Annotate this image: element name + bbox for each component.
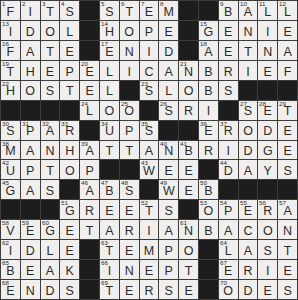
cell-r8c10[interactable]: 41B: [179, 141, 198, 160]
cell-letter: L: [100, 81, 119, 100]
cell-r10c9[interactable]: 49W: [159, 180, 178, 199]
cell-r13c13[interactable]: A: [239, 240, 258, 259]
cell-r8c5[interactable]: 39A: [80, 141, 99, 160]
cell-r11c8[interactable]: 52T: [140, 200, 159, 219]
cell-letter: N: [120, 260, 139, 279]
cell-r4c3[interactable]: E: [41, 61, 60, 80]
cell-r14c7[interactable]: N: [120, 260, 139, 279]
cell-r15c8[interactable]: R: [140, 280, 159, 299]
cell-letter: F: [1, 41, 20, 60]
cell-r1c2[interactable]: 2I: [21, 1, 40, 20]
cell-r2c8[interactable]: P: [140, 21, 159, 40]
cell-r12c5[interactable]: T: [80, 220, 99, 239]
cell-letter: I: [140, 41, 159, 60]
cell-r6c5[interactable]: 24L: [80, 101, 99, 120]
cell-letter: N: [278, 220, 297, 239]
cell-r15c2[interactable]: N: [21, 280, 40, 299]
cell-r1c6[interactable]: 5S: [100, 1, 119, 20]
cell-r12c14[interactable]: O: [258, 220, 277, 239]
cell-r2c11[interactable]: 15G: [199, 21, 218, 40]
cell-r12c7[interactable]: R: [120, 220, 139, 239]
cell-r1c14[interactable]: 11L: [258, 1, 277, 20]
cell-r4c9[interactable]: A: [159, 61, 178, 80]
cell-letter: A: [100, 220, 119, 239]
cell-r8c1[interactable]: 38M: [1, 141, 20, 160]
cell-r1c4[interactable]: 4S: [60, 1, 79, 20]
cell-r7c12[interactable]: 37R: [219, 121, 238, 140]
cell-r9c14[interactable]: Y: [258, 160, 277, 179]
cell-letter: E: [278, 260, 297, 279]
cell-letter: E: [159, 160, 178, 179]
cell-r11c5[interactable]: R: [80, 200, 99, 219]
cell-r9c13[interactable]: A: [239, 160, 258, 179]
cell-r4c14[interactable]: E: [258, 61, 277, 80]
cell-r14c8[interactable]: E: [140, 260, 159, 279]
cell-r11c12[interactable]: 54P: [219, 200, 238, 219]
cell-r2c2[interactable]: D: [21, 21, 40, 40]
cell-r2c9[interactable]: E: [159, 21, 178, 40]
cell-letter: A: [140, 141, 159, 160]
cell-letter: T: [41, 160, 60, 179]
cell-r4c15[interactable]: F: [278, 61, 297, 80]
black-cell-r2c5: [80, 21, 99, 40]
black-cell-r3c5: [80, 41, 99, 60]
cell-r1c7[interactable]: 6T: [120, 1, 139, 20]
cell-letter: O: [60, 160, 79, 179]
cell-r11c6[interactable]: E: [100, 200, 119, 219]
cell-r5c6[interactable]: L: [100, 81, 119, 100]
cell-r3c7[interactable]: N: [120, 41, 139, 60]
cell-letter: N: [179, 61, 198, 80]
cell-letter: I: [258, 260, 277, 279]
cell-r6c14[interactable]: 28E: [258, 101, 277, 120]
cell-r6c9[interactable]: 26S: [159, 101, 178, 120]
cell-r6c6[interactable]: O: [100, 101, 119, 120]
cell-letter: L: [258, 1, 277, 20]
cell-r5c2[interactable]: O: [21, 81, 40, 100]
cell-r3c4[interactable]: E: [60, 41, 79, 60]
cell-letter: R: [258, 200, 277, 219]
cell-letter: O: [239, 121, 258, 140]
cell-r4c11[interactable]: B: [199, 61, 218, 80]
cell-r8c2[interactable]: A: [21, 141, 40, 160]
cell-letter: B: [199, 180, 218, 199]
cell-r3c8[interactable]: I: [140, 41, 159, 60]
cell-letter: B: [199, 81, 218, 100]
cell-r5c11[interactable]: B: [199, 81, 218, 100]
cell-r7c2[interactable]: 31P: [21, 121, 40, 140]
cell-r4c1[interactable]: 19T: [1, 61, 20, 80]
cell-letter: E: [1, 280, 20, 299]
cell-r7c15[interactable]: E: [278, 121, 297, 140]
cell-r14c14[interactable]: I: [258, 260, 277, 279]
cell-r2c1[interactable]: 13I: [1, 21, 20, 40]
cell-r3c1[interactable]: 16F: [1, 41, 20, 60]
cell-r12c1[interactable]: 58V: [1, 220, 20, 239]
cell-r10c7[interactable]: 48S: [120, 180, 139, 199]
cell-letter: I: [219, 141, 238, 160]
cell-r1c9[interactable]: 8M: [159, 1, 178, 20]
cell-r15c6[interactable]: 69T: [100, 280, 119, 299]
cell-r5c5[interactable]: E: [80, 81, 99, 100]
cell-r12c10[interactable]: 61N: [179, 220, 198, 239]
cell-r3c6[interactable]: 17E: [100, 41, 119, 60]
cell-r3c13[interactable]: T: [239, 41, 258, 60]
cell-letter: R: [179, 101, 198, 120]
black-cell-r6c1: [1, 101, 20, 120]
cell-letter: T: [41, 41, 60, 60]
cell-r4c13[interactable]: I: [239, 61, 258, 80]
cell-letter: E: [258, 61, 277, 80]
cell-r12c12[interactable]: A: [219, 220, 238, 239]
cell-r9c2[interactable]: P: [21, 160, 40, 179]
cell-r9c1[interactable]: 42U: [1, 160, 20, 179]
cell-r1c15[interactable]: 12L: [278, 1, 297, 20]
cell-letter: T: [60, 81, 79, 100]
black-cell-r5c15: [278, 81, 297, 100]
cell-r6c7[interactable]: 25O: [120, 101, 139, 120]
cell-r3c14[interactable]: N: [258, 41, 277, 60]
cell-r1c12[interactable]: 9B: [219, 1, 238, 20]
cell-r2c4[interactable]: L: [60, 21, 79, 40]
cell-r15c4[interactable]: S: [60, 280, 79, 299]
cell-r10c2[interactable]: A: [21, 180, 40, 199]
cell-letter: E: [278, 121, 297, 140]
cell-letter: U: [100, 121, 119, 140]
cell-r9c9[interactable]: E: [159, 160, 178, 179]
cell-letter: D: [239, 280, 258, 299]
cell-r6c15[interactable]: 29T: [278, 101, 297, 120]
black-cell-r3c10: [179, 41, 198, 60]
cell-letter: M: [159, 1, 178, 20]
black-cell-r1c5: [80, 1, 99, 20]
black-cell-r10c14: [258, 180, 277, 199]
cell-r4c5[interactable]: 20E: [80, 61, 99, 80]
cell-r14c10[interactable]: T: [179, 260, 198, 279]
cell-letter: A: [80, 180, 99, 199]
cell-r12c8[interactable]: I: [140, 220, 159, 239]
cell-r7c1[interactable]: 30S: [1, 121, 20, 140]
cell-r9c8[interactable]: 43W: [140, 160, 159, 179]
cell-r7c11[interactable]: 36E: [199, 121, 218, 140]
cell-r7c6[interactable]: 34U: [100, 121, 119, 140]
cell-letter: O: [199, 200, 218, 219]
cell-r7c8[interactable]: 35S: [140, 121, 159, 140]
cell-letter: L: [60, 21, 79, 40]
cell-letter: S: [159, 200, 178, 219]
cell-letter: S: [1, 121, 20, 140]
cell-r11c11[interactable]: 53O: [199, 200, 218, 219]
cell-r15c15[interactable]: S: [278, 280, 297, 299]
cell-r9c4[interactable]: O: [60, 160, 79, 179]
cell-r5c1[interactable]: 22H: [1, 81, 20, 100]
cell-letter: R: [239, 260, 258, 279]
cell-r10c6[interactable]: 47B: [100, 180, 119, 199]
cell-r12c3[interactable]: 60G: [41, 220, 60, 239]
cell-r14c15[interactable]: E: [278, 260, 297, 279]
cell-r8c4[interactable]: H: [60, 141, 79, 160]
cell-r13c3[interactable]: L: [41, 240, 60, 259]
cell-r8c14[interactable]: G: [258, 141, 277, 160]
cell-r9c3[interactable]: T: [41, 160, 60, 179]
cell-r13c8[interactable]: M: [140, 240, 159, 259]
cell-r11c14[interactable]: 56R: [258, 200, 277, 219]
cell-r11c9[interactable]: S: [159, 200, 178, 219]
cell-letter: T: [1, 61, 20, 80]
cell-letter: E: [120, 280, 139, 299]
cell-r9c10[interactable]: E: [179, 160, 198, 179]
cell-letter: E: [219, 41, 238, 60]
cell-r4c10[interactable]: 21N: [179, 61, 198, 80]
cell-letter: O: [100, 101, 119, 120]
cell-letter: L: [100, 61, 119, 80]
cell-letter: M: [140, 240, 159, 259]
cell-letter: O: [41, 21, 60, 40]
cell-letter: S: [41, 81, 60, 100]
cell-letter: I: [100, 260, 119, 279]
black-cell-r7c5: [80, 121, 99, 140]
black-cell-r10c13: [239, 180, 258, 199]
cell-r14c2[interactable]: E: [21, 260, 40, 279]
cell-r8c12[interactable]: I: [219, 141, 238, 160]
cell-letter: E: [120, 200, 139, 219]
cell-r15c12[interactable]: 70O: [219, 280, 238, 299]
cell-r7c7[interactable]: P: [120, 121, 139, 140]
cell-r11c13[interactable]: 55E: [239, 200, 258, 219]
cell-letter: R: [60, 121, 79, 140]
cell-r2c14[interactable]: I: [258, 21, 277, 40]
cell-letter: O: [179, 81, 198, 100]
cell-r3c3[interactable]: T: [41, 41, 60, 60]
cell-r1c13[interactable]: 10A: [239, 1, 258, 20]
cell-r3c2[interactable]: A: [21, 41, 40, 60]
cell-r4c2[interactable]: H: [21, 61, 40, 80]
cell-letter: S: [120, 180, 139, 199]
cell-r12c11[interactable]: B: [199, 220, 218, 239]
cell-letter: L: [278, 1, 297, 20]
cell-r14c6[interactable]: 66I: [100, 260, 119, 279]
black-cell-r14c5: [80, 260, 99, 279]
cell-letter: E: [100, 200, 119, 219]
black-cell-r7c9: [159, 121, 178, 140]
cell-letter: S: [278, 280, 297, 299]
cell-r12c6[interactable]: A: [100, 220, 119, 239]
cell-r5c12[interactable]: S: [219, 81, 238, 100]
cell-r8c6[interactable]: T: [100, 141, 119, 160]
cell-r11c4[interactable]: 51G: [60, 200, 79, 219]
cell-letter: R: [219, 61, 238, 80]
cell-letter: E: [219, 21, 238, 40]
cell-r15c3[interactable]: D: [41, 280, 60, 299]
black-cell-r10c8: [140, 180, 159, 199]
cell-letter: O: [179, 240, 198, 259]
cell-r4c6[interactable]: L: [100, 61, 119, 80]
cell-letter: I: [239, 61, 258, 80]
black-cell-r5c13: [239, 81, 258, 100]
cell-r10c1[interactable]: 45G: [1, 180, 20, 199]
cell-r4c8[interactable]: C: [140, 61, 159, 80]
cell-r8c8[interactable]: A: [140, 141, 159, 160]
cell-letter: A: [199, 41, 218, 60]
cell-r2c12[interactable]: E: [219, 21, 238, 40]
cell-letter: S: [60, 280, 79, 299]
cell-r7c3[interactable]: 32A: [41, 121, 60, 140]
cell-letter: E: [60, 240, 79, 259]
cell-r10c11[interactable]: 50B: [199, 180, 218, 199]
black-cell-r1c10: [179, 1, 198, 20]
cell-r5c9[interactable]: L: [159, 81, 178, 100]
cell-r14c9[interactable]: P: [159, 260, 178, 279]
cell-r15c10[interactable]: E: [179, 280, 198, 299]
cell-letter: E: [159, 21, 178, 40]
cell-letter: G: [60, 200, 79, 219]
cell-r9c5[interactable]: P: [80, 160, 99, 179]
cell-letter: O: [258, 220, 277, 239]
cell-r8c9[interactable]: 40N: [159, 141, 178, 160]
cell-r13c1[interactable]: 62I: [1, 240, 20, 259]
cell-letter: I: [1, 21, 20, 40]
cell-r15c9[interactable]: S: [159, 280, 178, 299]
cell-r11c7[interactable]: E: [120, 200, 139, 219]
cell-r4c4[interactable]: P: [60, 61, 79, 80]
cell-r8c15[interactable]: E: [278, 141, 297, 160]
cell-r12c15[interactable]: N: [278, 220, 297, 239]
cell-r8c3[interactable]: N: [41, 141, 60, 160]
cell-r7c4[interactable]: 33R: [60, 121, 79, 140]
cell-r5c10[interactable]: O: [179, 81, 198, 100]
cell-letter: P: [80, 160, 99, 179]
cell-letter: B: [199, 220, 218, 239]
cell-letter: E: [21, 260, 40, 279]
cell-r15c14[interactable]: E: [258, 280, 277, 299]
cell-r3c12[interactable]: E: [219, 41, 238, 60]
cell-r1c1[interactable]: 1F: [1, 1, 20, 20]
cell-letter: D: [219, 160, 238, 179]
cell-r6c10[interactable]: R: [179, 101, 198, 120]
black-cell-r5c14: [258, 81, 277, 100]
cell-letter: B: [219, 1, 238, 20]
cell-r12c4[interactable]: E: [60, 220, 79, 239]
black-cell-r13c5: [80, 240, 99, 259]
cell-r13c9[interactable]: P: [159, 240, 178, 259]
cell-r2c7[interactable]: O: [120, 21, 139, 40]
cell-r13c15[interactable]: T: [278, 240, 297, 259]
cell-r14c3[interactable]: A: [41, 260, 60, 279]
cell-r6c13[interactable]: 27S: [239, 101, 258, 120]
cell-r4c12[interactable]: R: [219, 61, 238, 80]
cell-r9c15[interactable]: S: [278, 160, 297, 179]
black-cell-r6c4: [60, 101, 79, 120]
cell-letter: A: [21, 141, 40, 160]
cell-letter: B: [1, 260, 20, 279]
cell-letter: T: [100, 280, 119, 299]
cell-r10c3[interactable]: S: [41, 180, 60, 199]
cell-r8c11[interactable]: R: [199, 141, 218, 160]
cell-r13c2[interactable]: D: [21, 240, 40, 259]
cell-letter: A: [278, 41, 297, 60]
cell-letter: H: [100, 21, 119, 40]
cell-letter: K: [60, 260, 79, 279]
black-cell-r11c2: [21, 200, 40, 219]
cell-r2c13[interactable]: N: [239, 21, 258, 40]
cell-letter: S: [239, 101, 258, 120]
cell-r7c13[interactable]: O: [239, 121, 258, 140]
cell-r13c14[interactable]: S: [258, 240, 277, 259]
cell-r4c7[interactable]: I: [120, 61, 139, 80]
cell-r1c8[interactable]: 7E: [140, 1, 159, 20]
cell-r5c3[interactable]: S: [41, 81, 60, 100]
cell-letter: A: [41, 121, 60, 140]
cell-r13c4[interactable]: E: [60, 240, 79, 259]
cell-r12c2[interactable]: 59E: [21, 220, 40, 239]
cell-r10c10[interactable]: E: [179, 180, 198, 199]
cell-letter: E: [219, 260, 238, 279]
cell-r3c9[interactable]: D: [159, 41, 178, 60]
cell-letter: P: [60, 61, 79, 80]
cell-r13c7[interactable]: E: [120, 240, 139, 259]
cell-r15c13[interactable]: D: [239, 280, 258, 299]
cell-r2c3[interactable]: O: [41, 21, 60, 40]
cell-letter: A: [278, 200, 297, 219]
cell-r13c6[interactable]: 63T: [100, 240, 119, 259]
cell-r13c10[interactable]: O: [179, 240, 198, 259]
cell-letter: A: [41, 260, 60, 279]
cell-letter: E: [239, 200, 258, 219]
cell-r13c12[interactable]: 64L: [219, 240, 238, 259]
cell-r14c4[interactable]: K: [60, 260, 79, 279]
cell-r8c13[interactable]: D: [239, 141, 258, 160]
cell-r5c4[interactable]: T: [60, 81, 79, 100]
cell-letter: P: [159, 240, 178, 259]
cell-r3c15[interactable]: A: [278, 41, 297, 60]
cell-letter: I: [140, 220, 159, 239]
cell-r15c1[interactable]: 68E: [1, 280, 20, 299]
cell-r14c1[interactable]: 65B: [1, 260, 20, 279]
cell-r9c12[interactable]: 44D: [219, 160, 238, 179]
cell-r12c13[interactable]: C: [239, 220, 258, 239]
cell-letter: W: [140, 160, 159, 179]
cell-r11c15[interactable]: 57A: [278, 200, 297, 219]
cell-r6c11[interactable]: I: [199, 101, 218, 120]
cell-letter: N: [21, 280, 40, 299]
cell-letter: T: [120, 141, 139, 160]
cell-letter: E: [199, 121, 218, 140]
cell-letter: A: [80, 141, 99, 160]
cell-letter: I: [120, 61, 139, 80]
cell-r2c15[interactable]: E: [278, 21, 297, 40]
cell-r3c11[interactable]: 18A: [199, 41, 218, 60]
cell-r14c13[interactable]: R: [239, 260, 258, 279]
cell-letter: R: [80, 200, 99, 219]
cell-letter: S: [159, 101, 178, 120]
cell-r2c6[interactable]: 14H: [100, 21, 119, 40]
cell-r8c7[interactable]: T: [120, 141, 139, 160]
cell-letter: E: [140, 1, 159, 20]
cell-r12c9[interactable]: A: [159, 220, 178, 239]
cell-letter: B: [179, 141, 198, 160]
cell-letter: O: [120, 21, 139, 40]
cell-r15c7[interactable]: E: [120, 280, 139, 299]
cell-r5c8[interactable]: 23S: [140, 81, 159, 100]
cell-r7c14[interactable]: D: [258, 121, 277, 140]
cell-r14c12[interactable]: 67E: [219, 260, 238, 279]
black-cell-r11c1: [1, 200, 20, 219]
cell-r10c5[interactable]: 46A: [80, 180, 99, 199]
black-cell-r9c6: [100, 160, 119, 179]
cell-r1c3[interactable]: 3T: [41, 1, 60, 20]
cell-letter: E: [100, 41, 119, 60]
cell-letter: S: [41, 180, 60, 199]
